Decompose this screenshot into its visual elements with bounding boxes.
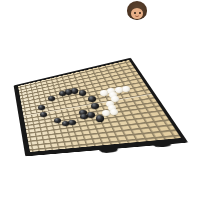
black-stone xyxy=(91,103,99,109)
black-stone xyxy=(40,112,47,117)
black-stone xyxy=(38,105,45,110)
black-stone xyxy=(87,112,95,118)
black-stone xyxy=(68,120,76,126)
stones-layer xyxy=(0,0,200,200)
white-stone xyxy=(122,86,130,92)
avatar-badge[interactable] xyxy=(127,1,147,20)
black-stone xyxy=(48,96,55,101)
black-stone xyxy=(88,96,95,102)
white-stone xyxy=(110,109,118,115)
black-stone xyxy=(71,88,78,93)
black-stone xyxy=(62,121,69,127)
white-stone xyxy=(100,90,108,96)
black-stone xyxy=(59,91,66,96)
black-stone xyxy=(96,115,104,121)
avatar-mouth xyxy=(135,14,139,18)
black-stone xyxy=(79,90,86,96)
product-photo[interactable] xyxy=(0,0,200,200)
avatar-face xyxy=(131,8,143,19)
black-stone xyxy=(65,89,72,94)
black-stone xyxy=(80,114,88,120)
black-stone xyxy=(54,118,61,124)
